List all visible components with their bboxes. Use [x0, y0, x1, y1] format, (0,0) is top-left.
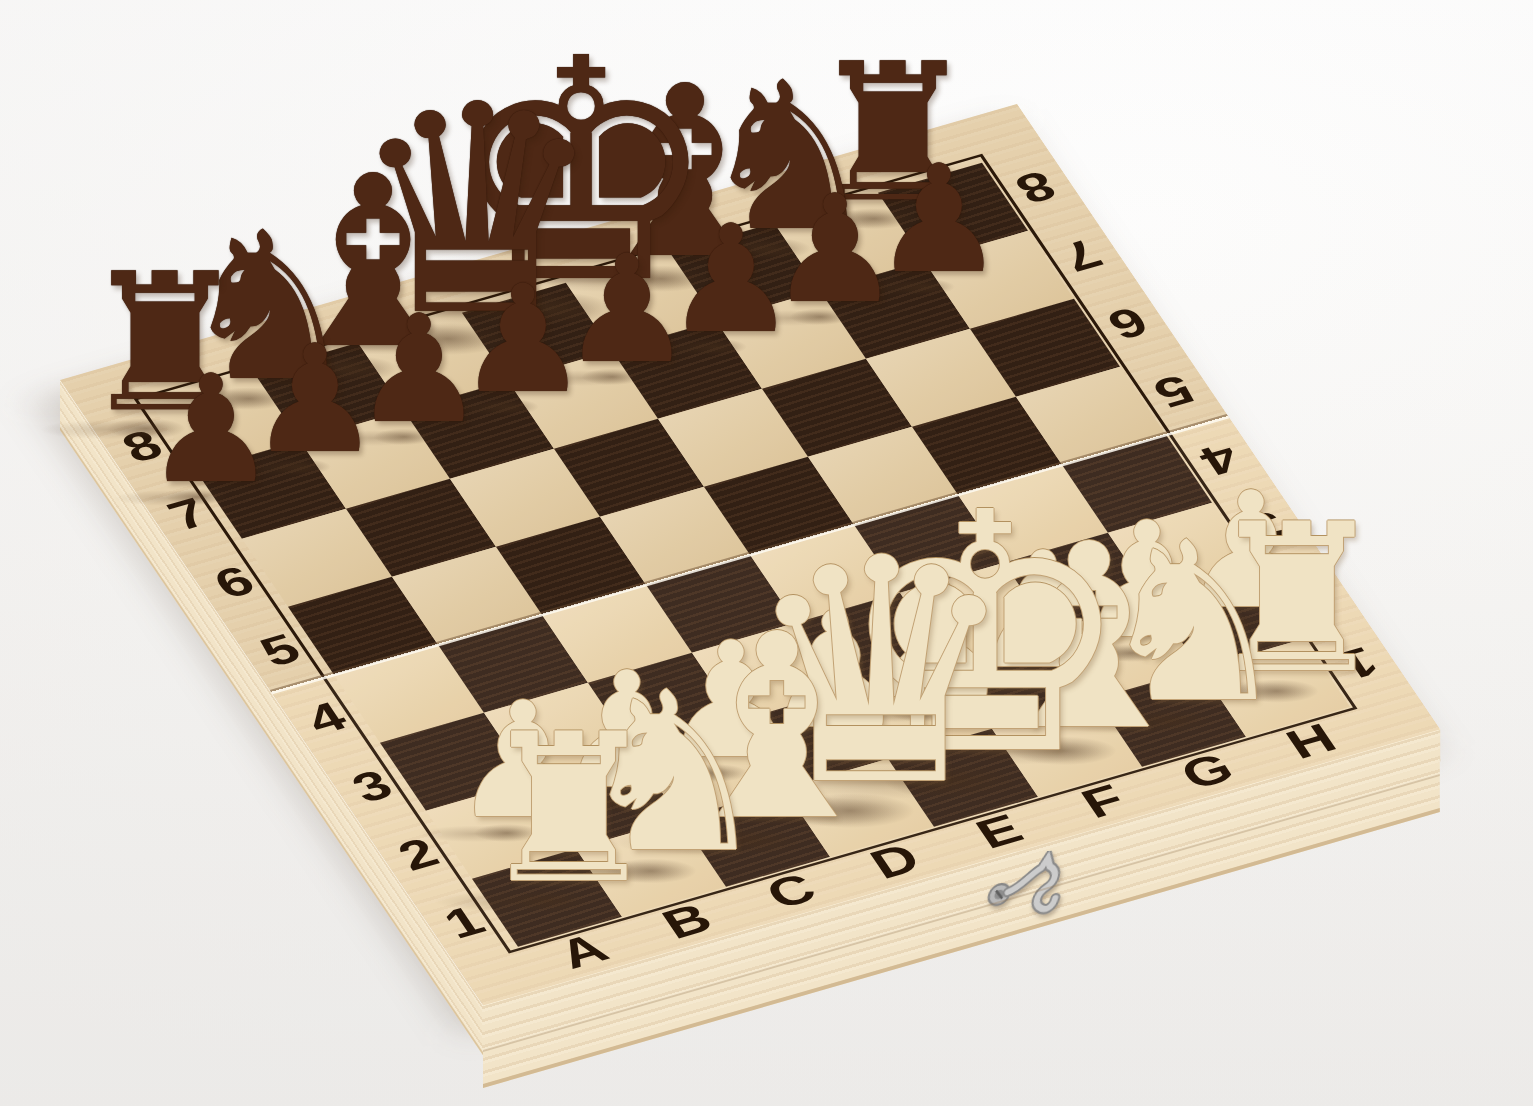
metal-clasp-hook [971, 848, 1116, 929]
product-photo-stage: 8765432187654321ABCDEFGH ♜♞♝♛♚♝♞♜♟♟♟♟♟♟♟… [0, 0, 1533, 1106]
